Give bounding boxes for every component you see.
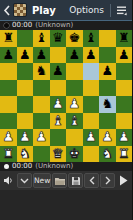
white-pawn: ♟ [17, 129, 34, 146]
square-e8[interactable]: ♚ [66, 30, 83, 47]
black-knight: ♞ [99, 96, 116, 113]
square-a1[interactable]: ♜ [0, 146, 17, 163]
black-rook: ♜ [0, 30, 17, 47]
white-queen: ♛ [50, 146, 67, 163]
white-player-strip: 00:00 (Unknown) [0, 162, 132, 171]
square-h8[interactable]: ♜ [116, 30, 133, 47]
square-g7[interactable] [99, 47, 116, 64]
white-clock: 00:00 [12, 162, 32, 171]
square-b6[interactable] [17, 63, 34, 80]
square-b7[interactable]: ♟ [17, 47, 34, 64]
app-icon [13, 3, 27, 17]
black-pawn: ♟ [17, 47, 34, 64]
square-e2[interactable] [66, 129, 83, 146]
square-e5[interactable] [66, 80, 83, 97]
white-pawn: ♟ [99, 129, 116, 146]
save-game-button[interactable] [68, 173, 83, 188]
square-a5[interactable] [0, 80, 17, 97]
white-knight: ♞ [99, 146, 116, 163]
options-button[interactable]: Options [65, 5, 108, 15]
white-bishop: ♝ [66, 113, 83, 130]
square-e1[interactable]: ♚ [66, 146, 83, 163]
black-pawn: ♟ [83, 47, 100, 64]
white-pawn: ♟ [0, 129, 17, 146]
white-pawn: ♟ [50, 96, 67, 113]
square-d7[interactable] [50, 47, 67, 64]
square-f3[interactable] [83, 113, 100, 130]
black-pawn: ♟ [50, 63, 67, 80]
open-game-button[interactable] [52, 173, 67, 188]
square-a4[interactable] [0, 96, 17, 113]
square-c7[interactable]: ♟ [33, 47, 50, 64]
square-f5[interactable] [83, 80, 100, 97]
square-h5[interactable] [116, 80, 133, 97]
black-player-name: (Unknown) [35, 21, 73, 30]
square-a3[interactable] [0, 113, 17, 130]
square-h2[interactable]: ♟ [116, 129, 133, 146]
square-e4[interactable]: ♟ [66, 96, 83, 113]
black-pawn: ♟ [0, 47, 17, 64]
square-c2[interactable]: ♟ [33, 129, 50, 146]
play-forward-button[interactable] [116, 173, 131, 188]
square-e3[interactable]: ♝ [66, 113, 83, 130]
square-c5[interactable] [33, 80, 50, 97]
square-a6[interactable] [0, 63, 17, 80]
square-e6[interactable] [66, 63, 83, 80]
chess-board[interactable]: ♜♝♛♚♝♜♟♟♟♟♟♟♞♟♟♟♟♞♝♝♟♟♟♟♟♟♜♞♛♚♞♜ [0, 30, 132, 162]
square-g8[interactable] [99, 30, 116, 47]
square-b2[interactable]: ♟ [17, 129, 34, 146]
white-pawn: ♟ [66, 96, 83, 113]
speaker-icon [3, 175, 14, 186]
square-c4[interactable] [33, 96, 50, 113]
folder-icon [54, 176, 66, 186]
square-h3[interactable] [116, 113, 133, 130]
new-game-label: New [34, 176, 50, 185]
black-pawn: ♟ [33, 47, 50, 64]
square-g6[interactable]: ♟ [99, 63, 116, 80]
white-rook: ♜ [0, 146, 17, 163]
square-f6[interactable] [83, 63, 100, 80]
menu-edit-icon [116, 5, 127, 16]
white-pawn: ♟ [83, 129, 100, 146]
black-knight: ♞ [33, 63, 50, 80]
square-d4[interactable]: ♟ [50, 96, 67, 113]
black-pawn: ♟ [99, 63, 116, 80]
chevron-right-icon [105, 176, 111, 185]
square-e7[interactable]: ♟ [66, 47, 83, 64]
chess-app-window: Play Options 00:00 (Unknown) ♜♝♛♚♝♜♟♟♟♟♟… [0, 0, 132, 220]
square-c8[interactable]: ♝ [33, 30, 50, 47]
collapse-toolbar-button[interactable] [17, 173, 32, 188]
white-pawn: ♟ [116, 129, 133, 146]
square-a7[interactable]: ♟ [0, 47, 17, 64]
bottom-spacer [0, 190, 132, 220]
black-king: ♚ [66, 30, 83, 47]
white-knight: ♞ [17, 146, 34, 163]
square-h7[interactable]: ♟ [116, 47, 133, 64]
black-player-icon [4, 23, 9, 28]
chevron-down-icon [20, 178, 29, 184]
black-bishop: ♝ [33, 30, 50, 47]
square-g5[interactable] [99, 80, 116, 97]
white-player-icon [4, 164, 9, 169]
square-h6[interactable] [116, 63, 133, 80]
menu-button[interactable] [113, 3, 129, 18]
square-b8[interactable] [17, 30, 34, 47]
black-clock: 00:00 [12, 21, 32, 30]
square-b1[interactable]: ♞ [17, 146, 34, 163]
square-g1[interactable]: ♞ [99, 146, 116, 163]
chevron-left-icon [89, 176, 95, 185]
square-f2[interactable]: ♟ [83, 129, 100, 146]
square-d5[interactable] [50, 80, 67, 97]
black-bishop: ♝ [83, 30, 100, 47]
square-h1[interactable]: ♜ [116, 146, 133, 163]
new-game-button[interactable]: New [33, 173, 51, 188]
square-a2[interactable]: ♟ [0, 129, 17, 146]
square-f8[interactable]: ♝ [83, 30, 100, 47]
black-pawn: ♟ [66, 47, 83, 64]
black-pawn: ♟ [116, 47, 133, 64]
save-floppy-icon [71, 176, 81, 186]
white-player-name: (Unknown) [35, 162, 73, 171]
black-rook: ♜ [116, 30, 133, 47]
play-triangle-icon [119, 175, 128, 186]
square-b5[interactable] [17, 80, 34, 97]
square-g3[interactable] [99, 113, 116, 130]
next-move-button[interactable] [100, 173, 115, 188]
toolbar: New [0, 171, 132, 190]
sound-button[interactable] [1, 173, 16, 188]
square-c1[interactable] [33, 146, 50, 163]
square-f7[interactable]: ♟ [83, 47, 100, 64]
white-pawn: ♟ [33, 129, 50, 146]
black-player-strip: 00:00 (Unknown) [0, 21, 132, 30]
back-button[interactable] [3, 5, 10, 16]
square-b3[interactable] [17, 113, 34, 130]
square-g4[interactable]: ♞ [99, 96, 116, 113]
header-bar: Play Options [0, 0, 132, 21]
square-b4[interactable] [17, 96, 34, 113]
white-rook: ♜ [116, 146, 133, 163]
back-chevron-icon [3, 5, 10, 16]
square-f1[interactable] [83, 146, 100, 163]
black-queen: ♛ [50, 30, 67, 47]
square-g2[interactable]: ♟ [99, 129, 116, 146]
square-d2[interactable] [50, 129, 67, 146]
square-c3[interactable] [33, 113, 50, 130]
square-d1[interactable]: ♛ [50, 146, 67, 163]
square-h4[interactable] [116, 96, 133, 113]
square-f4[interactable] [83, 96, 100, 113]
header-divider [110, 4, 111, 17]
square-d6[interactable]: ♟ [50, 63, 67, 80]
page-title: Play [30, 5, 63, 16]
square-c6[interactable]: ♞ [33, 63, 50, 80]
white-king: ♚ [66, 146, 83, 163]
prev-move-button[interactable] [84, 173, 99, 188]
white-bishop: ♝ [50, 113, 67, 130]
square-d3[interactable]: ♝ [50, 113, 67, 130]
square-d8[interactable]: ♛ [50, 30, 67, 47]
square-a8[interactable]: ♜ [0, 30, 17, 47]
